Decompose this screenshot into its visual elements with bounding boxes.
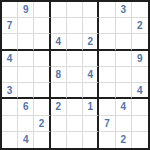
cell-r1c8-given-3[interactable]: 3 <box>116 2 132 18</box>
cell-r3c1-empty[interactable] <box>2 34 18 50</box>
cell-r7c6-given-1[interactable]: 1 <box>83 99 99 115</box>
cell-r5c3-empty[interactable] <box>34 67 50 83</box>
cell-r1c3-empty[interactable] <box>34 2 50 18</box>
cell-r6c5-empty[interactable] <box>67 83 83 99</box>
cell-r5c7-empty[interactable] <box>99 67 115 83</box>
cell-r7c4-given-2[interactable]: 2 <box>51 99 67 115</box>
cell-r9c6-empty[interactable] <box>83 132 99 148</box>
cell-r9c4-empty[interactable] <box>51 132 67 148</box>
cell-r5c1-empty[interactable] <box>2 67 18 83</box>
cell-r2c6-empty[interactable] <box>83 18 99 34</box>
cell-r4c1-given-4[interactable]: 4 <box>2 51 18 67</box>
cell-r5c5-empty[interactable] <box>67 67 83 83</box>
cell-r6c3-empty[interactable] <box>34 83 50 99</box>
cell-r7c5-empty[interactable] <box>67 99 83 115</box>
cell-r9c7-empty[interactable] <box>99 132 115 148</box>
cell-r7c3-empty[interactable] <box>34 99 50 115</box>
cell-r8c1-empty[interactable] <box>2 116 18 132</box>
cell-r4c2-empty[interactable] <box>18 51 34 67</box>
cell-r7c9-empty[interactable] <box>132 99 148 115</box>
cell-r9c3-empty[interactable] <box>34 132 50 148</box>
cell-r8c4-empty[interactable] <box>51 116 67 132</box>
cell-r1c2-given-9[interactable]: 9 <box>18 2 34 18</box>
cell-r6c1-given-3[interactable]: 3 <box>2 83 18 99</box>
cell-r8c8-empty[interactable] <box>116 116 132 132</box>
cell-r4c3-empty[interactable] <box>34 51 50 67</box>
cell-r8c2-empty[interactable] <box>18 116 34 132</box>
cell-r5c9-empty[interactable] <box>132 67 148 83</box>
cell-r4c4-empty[interactable] <box>51 51 67 67</box>
cell-r7c7-empty[interactable] <box>99 99 115 115</box>
cell-r2c3-empty[interactable] <box>34 18 50 34</box>
cell-r6c2-empty[interactable] <box>18 83 34 99</box>
cell-r3c6-given-2[interactable]: 2 <box>83 34 99 50</box>
cell-r3c3-empty[interactable] <box>34 34 50 50</box>
cell-r6c6-empty[interactable] <box>83 83 99 99</box>
cell-r8c7-given-7[interactable]: 7 <box>99 116 115 132</box>
cell-r2c1-given-7[interactable]: 7 <box>2 18 18 34</box>
cell-r5c2-empty[interactable] <box>18 67 34 83</box>
cell-r9c8-given-2[interactable]: 2 <box>116 132 132 148</box>
cell-r2c5-empty[interactable] <box>67 18 83 34</box>
cell-r5c6-given-4[interactable]: 4 <box>83 67 99 83</box>
cell-r8c3-given-2[interactable]: 2 <box>34 116 50 132</box>
cell-r2c2-empty[interactable] <box>18 18 34 34</box>
cell-r9c2-given-4[interactable]: 4 <box>18 132 34 148</box>
cell-r5c8-empty[interactable] <box>116 67 132 83</box>
cell-r3c2-empty[interactable] <box>18 34 34 50</box>
cell-r8c6-empty[interactable] <box>83 116 99 132</box>
cell-r2c4-empty[interactable] <box>51 18 67 34</box>
cell-r2c7-empty[interactable] <box>99 18 115 34</box>
cell-r1c7-empty[interactable] <box>99 2 115 18</box>
cell-r6c9-given-4[interactable]: 4 <box>132 83 148 99</box>
cell-r8c9-empty[interactable] <box>132 116 148 132</box>
cell-r1c9-empty[interactable] <box>132 2 148 18</box>
cell-r6c4-empty[interactable] <box>51 83 67 99</box>
cell-r4c7-empty[interactable] <box>99 51 115 67</box>
cell-r3c8-empty[interactable] <box>116 34 132 50</box>
cell-r8c5-empty[interactable] <box>67 116 83 132</box>
cell-r6c7-empty[interactable] <box>99 83 115 99</box>
cell-r9c5-empty[interactable] <box>67 132 83 148</box>
cell-r4c8-empty[interactable] <box>116 51 132 67</box>
cell-r1c5-empty[interactable] <box>67 2 83 18</box>
cell-r4c6-empty[interactable] <box>83 51 99 67</box>
cell-r6c8-empty[interactable] <box>116 83 132 99</box>
cell-r1c1-empty[interactable] <box>2 2 18 18</box>
cell-r2c9-given-2[interactable]: 2 <box>132 18 148 34</box>
cell-r4c9-given-9[interactable]: 9 <box>132 51 148 67</box>
cell-r1c6-empty[interactable] <box>83 2 99 18</box>
cell-r5c4-given-8[interactable]: 8 <box>51 67 67 83</box>
sudoku-board: 93724249843462142742 <box>0 0 150 150</box>
cell-r7c1-empty[interactable] <box>2 99 18 115</box>
cell-r3c7-empty[interactable] <box>99 34 115 50</box>
cell-r3c4-given-4[interactable]: 4 <box>51 34 67 50</box>
cell-r7c2-given-6[interactable]: 6 <box>18 99 34 115</box>
cell-r3c5-empty[interactable] <box>67 34 83 50</box>
cell-r7c8-given-4[interactable]: 4 <box>116 99 132 115</box>
cell-r9c9-empty[interactable] <box>132 132 148 148</box>
cell-r9c1-empty[interactable] <box>2 132 18 148</box>
cell-r1c4-empty[interactable] <box>51 2 67 18</box>
cell-r3c9-empty[interactable] <box>132 34 148 50</box>
cell-r4c5-empty[interactable] <box>67 51 83 67</box>
cell-r2c8-empty[interactable] <box>116 18 132 34</box>
